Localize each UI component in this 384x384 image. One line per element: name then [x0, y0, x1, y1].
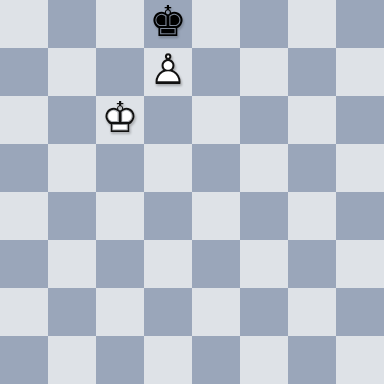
square-b7[interactable]: [48, 48, 96, 96]
square-h4[interactable]: [336, 192, 384, 240]
square-f8[interactable]: [240, 0, 288, 48]
square-b4[interactable]: [48, 192, 96, 240]
square-e7[interactable]: [192, 48, 240, 96]
square-g3[interactable]: [288, 240, 336, 288]
square-b8[interactable]: [48, 0, 96, 48]
square-e1[interactable]: [192, 336, 240, 384]
square-e5[interactable]: [192, 144, 240, 192]
square-b5[interactable]: [48, 144, 96, 192]
square-c8[interactable]: [96, 0, 144, 48]
square-h5[interactable]: [336, 144, 384, 192]
square-h8[interactable]: [336, 0, 384, 48]
square-g8[interactable]: [288, 0, 336, 48]
square-f1[interactable]: [240, 336, 288, 384]
square-c4[interactable]: [96, 192, 144, 240]
white-pawn-glyph: ♙: [149, 49, 187, 91]
square-d1[interactable]: [144, 336, 192, 384]
square-g5[interactable]: [288, 144, 336, 192]
square-d2[interactable]: [144, 288, 192, 336]
black-king-piece[interactable]: ♚: [144, 0, 192, 48]
square-f7[interactable]: [240, 48, 288, 96]
square-h7[interactable]: [336, 48, 384, 96]
square-d5[interactable]: [144, 144, 192, 192]
square-d6[interactable]: [144, 96, 192, 144]
square-g6[interactable]: [288, 96, 336, 144]
square-b2[interactable]: [48, 288, 96, 336]
square-d4[interactable]: [144, 192, 192, 240]
square-g7[interactable]: [288, 48, 336, 96]
white-king-glyph: ♔: [101, 97, 139, 139]
square-c2[interactable]: [96, 288, 144, 336]
square-a3[interactable]: [0, 240, 48, 288]
square-f5[interactable]: [240, 144, 288, 192]
square-f6[interactable]: [240, 96, 288, 144]
square-a7[interactable]: [0, 48, 48, 96]
square-h6[interactable]: [336, 96, 384, 144]
square-b6[interactable]: [48, 96, 96, 144]
square-a2[interactable]: [0, 288, 48, 336]
square-d7[interactable]: ♟♙: [144, 48, 192, 96]
chess-board: ♚♟♙♚♔: [0, 0, 384, 384]
square-a8[interactable]: [0, 0, 48, 48]
square-d3[interactable]: [144, 240, 192, 288]
square-a4[interactable]: [0, 192, 48, 240]
square-f4[interactable]: [240, 192, 288, 240]
square-c3[interactable]: [96, 240, 144, 288]
square-e6[interactable]: [192, 96, 240, 144]
square-a1[interactable]: [0, 336, 48, 384]
square-c6[interactable]: ♚♔: [96, 96, 144, 144]
square-b3[interactable]: [48, 240, 96, 288]
square-c7[interactable]: [96, 48, 144, 96]
square-a5[interactable]: [0, 144, 48, 192]
square-b1[interactable]: [48, 336, 96, 384]
square-e8[interactable]: [192, 0, 240, 48]
white-pawn-piece[interactable]: ♟♙: [144, 48, 192, 96]
square-h2[interactable]: [336, 288, 384, 336]
square-h3[interactable]: [336, 240, 384, 288]
square-e3[interactable]: [192, 240, 240, 288]
square-e2[interactable]: [192, 288, 240, 336]
square-e4[interactable]: [192, 192, 240, 240]
square-a6[interactable]: [0, 96, 48, 144]
square-d8[interactable]: ♚: [144, 0, 192, 48]
square-g2[interactable]: [288, 288, 336, 336]
black-king-glyph: ♚: [149, 1, 187, 43]
square-f3[interactable]: [240, 240, 288, 288]
square-g4[interactable]: [288, 192, 336, 240]
square-c5[interactable]: [96, 144, 144, 192]
white-king-piece[interactable]: ♚♔: [96, 96, 144, 144]
square-f2[interactable]: [240, 288, 288, 336]
square-c1[interactable]: [96, 336, 144, 384]
square-h1[interactable]: [336, 336, 384, 384]
square-g1[interactable]: [288, 336, 336, 384]
